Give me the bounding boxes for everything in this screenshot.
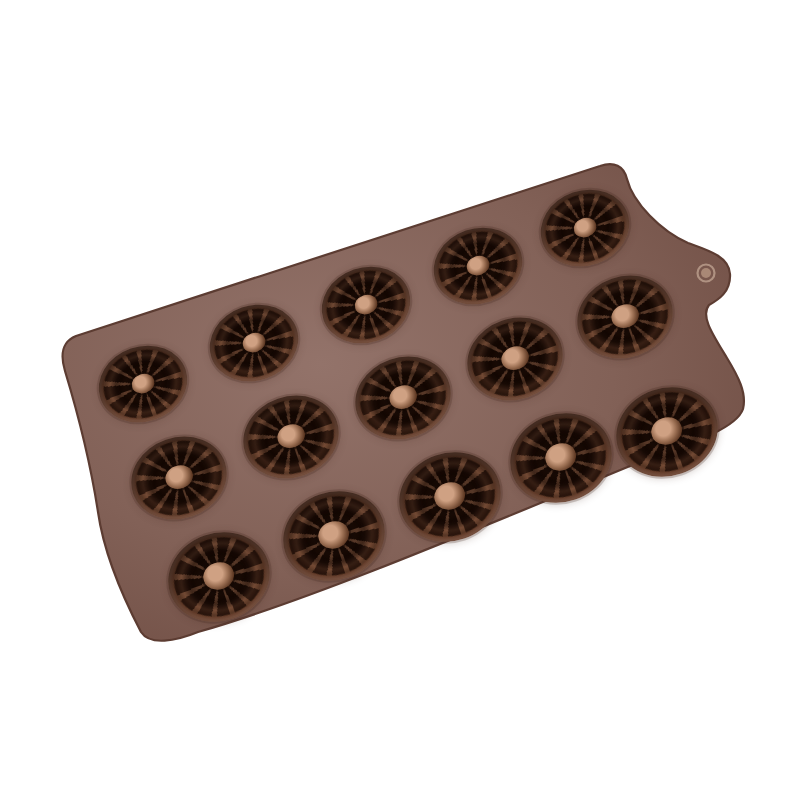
mold-cavity-r2c3 <box>344 344 462 452</box>
mold-cavity-r3c5 <box>604 374 730 491</box>
mold-cavity-r1c5 <box>530 178 640 278</box>
cavity-grid <box>0 0 800 800</box>
mold-cavity-r2c4 <box>456 305 574 413</box>
mold-cavity-r3c4 <box>498 400 624 517</box>
mold-cavity-r2c5 <box>566 263 684 371</box>
mold-cavity-r3c2 <box>271 478 397 595</box>
mold-cavity-r1c2 <box>199 293 309 393</box>
mold-cavity-r1c1 <box>88 334 198 434</box>
mold-cavity-r3c3 <box>387 439 513 556</box>
mold-cavity-r2c2 <box>232 383 350 491</box>
mold-cavity-r2c1 <box>120 424 238 532</box>
product-photo <box>0 0 800 800</box>
mold-cavity-r3c1 <box>156 519 282 636</box>
mold-cavity-r1c4 <box>423 216 533 316</box>
mold-cavity-r1c3 <box>311 255 421 355</box>
